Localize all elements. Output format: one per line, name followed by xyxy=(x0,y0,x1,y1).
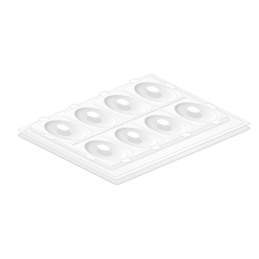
post-top xyxy=(93,142,115,152)
mold-edge-tab xyxy=(209,119,224,126)
mold-side-layer xyxy=(16,77,252,184)
mold-cavity xyxy=(99,121,169,154)
mold-edge-tab xyxy=(128,78,143,85)
mold-side-edge xyxy=(28,78,233,171)
mold-edge-tab xyxy=(83,154,98,161)
cavity-center-post xyxy=(124,132,146,142)
cavity-block xyxy=(102,122,168,153)
tray-inner-rim xyxy=(22,76,245,177)
post-side xyxy=(183,110,205,120)
post-top xyxy=(113,97,135,107)
cavity-block xyxy=(31,115,97,146)
post-top xyxy=(183,104,205,114)
mold-cavity xyxy=(129,108,199,141)
mold-column-groove xyxy=(122,90,196,127)
mold-cavity xyxy=(119,76,189,109)
cavity-center-post xyxy=(143,87,165,97)
clear-tray xyxy=(16,73,252,180)
post-side xyxy=(83,115,105,125)
mold-cavity xyxy=(89,88,159,121)
post-side xyxy=(153,122,175,132)
mold-column-groove xyxy=(92,103,166,140)
mold-edge-tab xyxy=(203,103,218,110)
mold-edge-tab xyxy=(37,116,52,123)
mold-edge-tab xyxy=(97,91,112,98)
cavity-block xyxy=(91,89,157,120)
cavity-center-post xyxy=(113,100,135,110)
mold-cavity xyxy=(159,96,229,129)
mold-cavity-grid xyxy=(29,76,229,167)
cavity-center-post xyxy=(53,125,75,135)
mold-column-groove xyxy=(62,115,136,152)
cavity-center-post xyxy=(94,145,116,155)
cavity-block xyxy=(61,102,127,133)
post-side xyxy=(94,147,116,157)
silicone-mold xyxy=(28,75,231,167)
post-side xyxy=(113,102,135,112)
tray-layer xyxy=(16,73,252,180)
mold-edge-tab xyxy=(67,103,82,110)
mold-edge-tab xyxy=(179,131,194,138)
mold-edge-tab xyxy=(162,82,177,89)
mold-center-seam xyxy=(72,97,188,146)
mold-cavity xyxy=(59,101,129,134)
tray-side-edge xyxy=(16,78,252,185)
cavity-block xyxy=(72,135,138,166)
post-side xyxy=(53,127,75,137)
post-side xyxy=(143,89,165,99)
cavity-center-post xyxy=(154,120,176,130)
mold-cavity xyxy=(69,134,139,167)
cavity-ring xyxy=(105,123,165,151)
cavity-ring xyxy=(65,103,125,131)
cavity-ring xyxy=(125,78,185,106)
mold-layer xyxy=(16,73,252,180)
cavity-block xyxy=(161,97,227,128)
post-side xyxy=(124,135,146,145)
cavity-center-post xyxy=(83,112,105,122)
post-top xyxy=(143,84,165,94)
mold-edge-tab xyxy=(148,144,163,151)
cavity-ring xyxy=(135,111,195,139)
cavity-block xyxy=(131,109,197,140)
cavity-ring xyxy=(95,91,155,119)
cavity-block xyxy=(121,77,187,108)
cavity-ring xyxy=(165,98,225,126)
cavity-center-post xyxy=(184,107,206,117)
product-photo xyxy=(0,0,259,259)
mold-cavity xyxy=(29,114,99,147)
tray-side-layer xyxy=(16,78,252,185)
post-top xyxy=(53,122,75,132)
cavity-ring xyxy=(35,116,95,144)
cavity-ring xyxy=(75,136,135,164)
post-top xyxy=(123,130,145,140)
mold-edge-tab xyxy=(118,157,133,164)
mold-edge-tab xyxy=(42,133,57,140)
post-top xyxy=(83,110,105,120)
post-top xyxy=(153,117,175,127)
